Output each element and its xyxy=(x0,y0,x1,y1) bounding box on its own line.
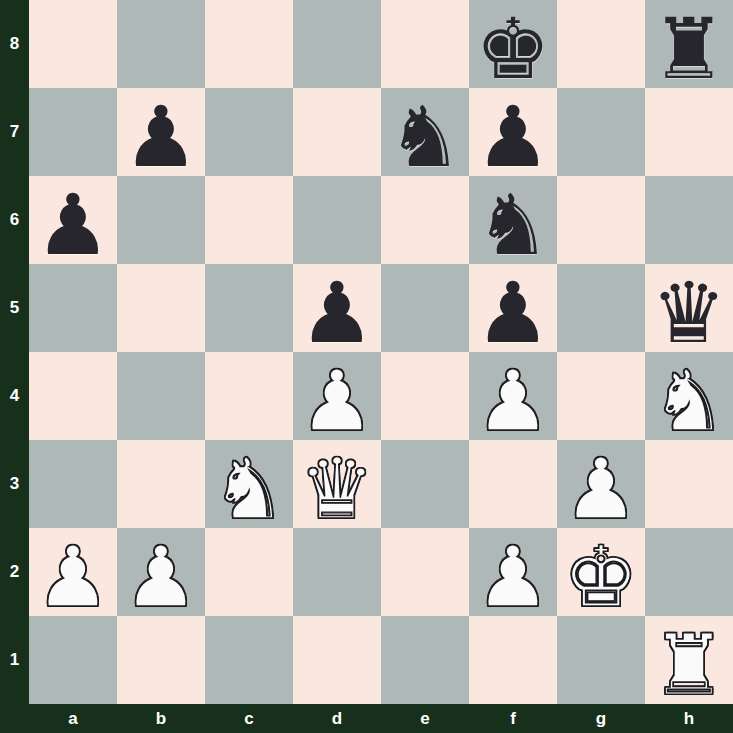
square-e8[interactable] xyxy=(381,0,469,88)
square-d3[interactable]: ♛ xyxy=(293,440,381,528)
square-a8[interactable] xyxy=(29,0,117,88)
square-e2[interactable] xyxy=(381,528,469,616)
square-a1[interactable] xyxy=(29,616,117,704)
square-b5[interactable] xyxy=(117,264,205,352)
rank-label-5: 5 xyxy=(0,264,29,352)
square-d8[interactable] xyxy=(293,0,381,88)
square-f2[interactable]: ♟ xyxy=(469,528,557,616)
rank-label-8: 8 xyxy=(0,0,29,88)
square-h4[interactable]: ♞ xyxy=(645,352,733,440)
rank-label-1: 1 xyxy=(0,616,29,704)
square-e6[interactable] xyxy=(381,176,469,264)
rank-label-3: 3 xyxy=(0,440,29,528)
square-f1[interactable] xyxy=(469,616,557,704)
rank-label-7: 7 xyxy=(0,88,29,176)
square-a5[interactable] xyxy=(29,264,117,352)
file-label-d: d xyxy=(293,704,381,733)
file-label-c: c xyxy=(205,704,293,733)
file-label-b: b xyxy=(117,704,205,733)
square-c7[interactable] xyxy=(205,88,293,176)
square-c2[interactable] xyxy=(205,528,293,616)
piece-white-rook[interactable]: ♜ xyxy=(651,623,726,707)
file-label-g: g xyxy=(557,704,645,733)
square-e5[interactable] xyxy=(381,264,469,352)
square-a6[interactable]: ♟ xyxy=(29,176,117,264)
piece-white-knight[interactable]: ♞ xyxy=(651,359,726,443)
square-b8[interactable] xyxy=(117,0,205,88)
piece-white-knight[interactable]: ♞ xyxy=(211,447,286,531)
square-h8[interactable]: ♜ xyxy=(645,0,733,88)
square-f5[interactable]: ♟ xyxy=(469,264,557,352)
file-label-f: f xyxy=(469,704,557,733)
square-a2[interactable]: ♟ xyxy=(29,528,117,616)
square-c4[interactable] xyxy=(205,352,293,440)
square-h5[interactable]: ♛ xyxy=(645,264,733,352)
square-a7[interactable] xyxy=(29,88,117,176)
piece-white-queen[interactable]: ♛ xyxy=(299,447,374,531)
square-c1[interactable] xyxy=(205,616,293,704)
square-g6[interactable] xyxy=(557,176,645,264)
square-f7[interactable]: ♟ xyxy=(469,88,557,176)
chessboard-frame: 87654321♚♜♟♞♟♟♞♟♟♛♟♟♞♞♛♟♟♟♟♚♜abcdefgh xyxy=(0,0,733,733)
square-h6[interactable] xyxy=(645,176,733,264)
square-c6[interactable] xyxy=(205,176,293,264)
square-b3[interactable] xyxy=(117,440,205,528)
square-d4[interactable]: ♟ xyxy=(293,352,381,440)
square-e3[interactable] xyxy=(381,440,469,528)
square-f3[interactable] xyxy=(469,440,557,528)
square-g2[interactable]: ♚ xyxy=(557,528,645,616)
rank-label-4: 4 xyxy=(0,352,29,440)
square-c8[interactable] xyxy=(205,0,293,88)
piece-black-king[interactable]: ♚ xyxy=(475,7,550,91)
square-h1[interactable]: ♜ xyxy=(645,616,733,704)
piece-white-pawn[interactable]: ♟ xyxy=(475,359,550,443)
file-label-e: e xyxy=(381,704,469,733)
square-e7[interactable]: ♞ xyxy=(381,88,469,176)
piece-black-pawn[interactable]: ♟ xyxy=(475,95,550,179)
square-a4[interactable] xyxy=(29,352,117,440)
piece-white-pawn[interactable]: ♟ xyxy=(35,535,110,619)
square-h3[interactable] xyxy=(645,440,733,528)
piece-black-rook[interactable]: ♜ xyxy=(651,7,726,91)
square-d2[interactable] xyxy=(293,528,381,616)
piece-black-pawn[interactable]: ♟ xyxy=(475,271,550,355)
piece-black-pawn[interactable]: ♟ xyxy=(299,271,374,355)
square-f8[interactable]: ♚ xyxy=(469,0,557,88)
frame-corner xyxy=(0,704,29,733)
square-d7[interactable] xyxy=(293,88,381,176)
square-b1[interactable] xyxy=(117,616,205,704)
piece-white-pawn[interactable]: ♟ xyxy=(475,535,550,619)
piece-white-pawn[interactable]: ♟ xyxy=(563,447,638,531)
piece-white-pawn[interactable]: ♟ xyxy=(123,535,198,619)
square-e4[interactable] xyxy=(381,352,469,440)
square-e1[interactable] xyxy=(381,616,469,704)
square-a3[interactable] xyxy=(29,440,117,528)
square-d1[interactable] xyxy=(293,616,381,704)
square-d5[interactable]: ♟ xyxy=(293,264,381,352)
square-f4[interactable]: ♟ xyxy=(469,352,557,440)
square-b2[interactable]: ♟ xyxy=(117,528,205,616)
rank-label-6: 6 xyxy=(0,176,29,264)
square-g3[interactable]: ♟ xyxy=(557,440,645,528)
piece-white-king[interactable]: ♚ xyxy=(563,535,638,619)
square-h2[interactable] xyxy=(645,528,733,616)
square-b6[interactable] xyxy=(117,176,205,264)
square-f6[interactable]: ♞ xyxy=(469,176,557,264)
square-h7[interactable] xyxy=(645,88,733,176)
piece-black-knight[interactable]: ♞ xyxy=(387,95,462,179)
square-b4[interactable] xyxy=(117,352,205,440)
square-g5[interactable] xyxy=(557,264,645,352)
piece-black-pawn[interactable]: ♟ xyxy=(35,183,110,267)
piece-white-pawn[interactable]: ♟ xyxy=(299,359,374,443)
file-label-a: a xyxy=(29,704,117,733)
square-c5[interactable] xyxy=(205,264,293,352)
rank-label-2: 2 xyxy=(0,528,29,616)
square-d6[interactable] xyxy=(293,176,381,264)
square-b7[interactable]: ♟ xyxy=(117,88,205,176)
square-g4[interactable] xyxy=(557,352,645,440)
square-g8[interactable] xyxy=(557,0,645,88)
piece-black-queen[interactable]: ♛ xyxy=(651,271,726,355)
piece-black-pawn[interactable]: ♟ xyxy=(123,95,198,179)
square-g7[interactable] xyxy=(557,88,645,176)
piece-black-knight[interactable]: ♞ xyxy=(475,183,550,267)
square-g1[interactable] xyxy=(557,616,645,704)
square-c3[interactable]: ♞ xyxy=(205,440,293,528)
chessboard: 87654321♚♜♟♞♟♟♞♟♟♛♟♟♞♞♛♟♟♟♟♚♜abcdefgh xyxy=(0,0,733,733)
